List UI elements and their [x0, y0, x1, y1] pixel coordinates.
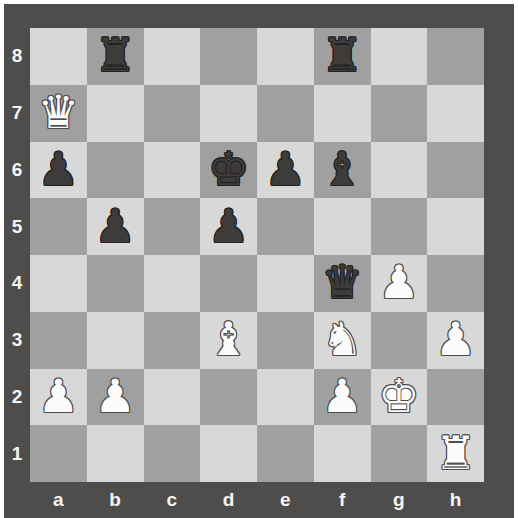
file-label-f: f	[314, 482, 371, 518]
square-g5[interactable]	[371, 198, 428, 255]
file-label-g: g	[371, 482, 428, 518]
piece-black-queen[interactable]: ♛	[322, 259, 363, 305]
piece-white-king[interactable]: ♚	[378, 373, 419, 419]
square-h3[interactable]: ♟	[427, 312, 484, 369]
square-a5[interactable]	[30, 198, 87, 255]
square-g8[interactable]	[371, 28, 428, 85]
square-b3[interactable]	[87, 312, 144, 369]
piece-white-pawn[interactable]: ♟	[378, 259, 419, 305]
square-b5[interactable]: ♟	[87, 198, 144, 255]
piece-black-bishop[interactable]: ♝	[322, 146, 363, 192]
square-b8[interactable]: ♜	[87, 28, 144, 85]
square-a8[interactable]	[30, 28, 87, 85]
rank-labels: 87654321	[4, 28, 30, 482]
square-e8[interactable]	[257, 28, 314, 85]
square-h1[interactable]: ♜	[427, 425, 484, 482]
square-a4[interactable]	[30, 255, 87, 312]
square-g7[interactable]	[371, 85, 428, 142]
piece-black-pawn[interactable]: ♟	[265, 146, 306, 192]
square-a2[interactable]: ♟	[30, 369, 87, 426]
piece-white-pawn[interactable]: ♟	[38, 373, 79, 419]
file-label-h: h	[427, 482, 484, 518]
file-label-b: b	[87, 482, 144, 518]
square-c8[interactable]	[144, 28, 201, 85]
piece-white-queen[interactable]: ♛	[38, 89, 79, 135]
square-f5[interactable]	[314, 198, 371, 255]
square-c4[interactable]	[144, 255, 201, 312]
square-c5[interactable]	[144, 198, 201, 255]
square-g4[interactable]: ♟	[371, 255, 428, 312]
square-f7[interactable]	[314, 85, 371, 142]
file-label-d: d	[200, 482, 257, 518]
square-f2[interactable]: ♟	[314, 369, 371, 426]
square-c2[interactable]	[144, 369, 201, 426]
square-d8[interactable]	[200, 28, 257, 85]
square-g2[interactable]: ♚	[371, 369, 428, 426]
rank-label-7: 7	[4, 85, 30, 142]
square-h4[interactable]	[427, 255, 484, 312]
file-label-e: e	[257, 482, 314, 518]
square-e2[interactable]	[257, 369, 314, 426]
square-g3[interactable]	[371, 312, 428, 369]
square-f4[interactable]: ♛	[314, 255, 371, 312]
piece-black-king[interactable]: ♚	[208, 146, 249, 192]
square-d7[interactable]	[200, 85, 257, 142]
chess-board[interactable]: ♜♜♛♟♚♟♝♟♟♛♟♝♞♟♟♟♟♚♜	[30, 28, 484, 482]
square-a7[interactable]: ♛	[30, 85, 87, 142]
square-d2[interactable]	[200, 369, 257, 426]
board-frame: 87654321 ♜♜♛♟♚♟♝♟♟♛♟♝♞♟♟♟♟♚♜ abcdefgh	[4, 4, 514, 518]
square-c3[interactable]	[144, 312, 201, 369]
piece-white-pawn[interactable]: ♟	[95, 373, 136, 419]
square-h8[interactable]	[427, 28, 484, 85]
square-d3[interactable]: ♝	[200, 312, 257, 369]
square-e5[interactable]	[257, 198, 314, 255]
rank-label-3: 3	[4, 312, 30, 369]
rank-label-2: 2	[4, 369, 30, 426]
square-d4[interactable]	[200, 255, 257, 312]
square-b7[interactable]	[87, 85, 144, 142]
square-b4[interactable]	[87, 255, 144, 312]
square-h2[interactable]	[427, 369, 484, 426]
file-label-a: a	[30, 482, 87, 518]
square-f3[interactable]: ♞	[314, 312, 371, 369]
square-d1[interactable]	[200, 425, 257, 482]
square-h5[interactable]	[427, 198, 484, 255]
piece-black-rook[interactable]: ♜	[322, 32, 363, 78]
square-f1[interactable]	[314, 425, 371, 482]
piece-white-knight[interactable]: ♞	[322, 316, 363, 362]
square-a6[interactable]: ♟	[30, 142, 87, 199]
square-a3[interactable]	[30, 312, 87, 369]
square-e6[interactable]: ♟	[257, 142, 314, 199]
square-d6[interactable]: ♚	[200, 142, 257, 199]
square-c1[interactable]	[144, 425, 201, 482]
piece-black-pawn[interactable]: ♟	[208, 203, 249, 249]
square-g1[interactable]	[371, 425, 428, 482]
rank-label-1: 1	[4, 425, 30, 482]
square-e1[interactable]	[257, 425, 314, 482]
square-c6[interactable]	[144, 142, 201, 199]
file-labels: abcdefgh	[30, 482, 484, 518]
piece-white-pawn[interactable]: ♟	[435, 316, 476, 362]
square-e4[interactable]	[257, 255, 314, 312]
square-f8[interactable]: ♜	[314, 28, 371, 85]
piece-black-rook[interactable]: ♜	[95, 32, 136, 78]
square-e7[interactable]	[257, 85, 314, 142]
rank-label-8: 8	[4, 28, 30, 85]
square-f6[interactable]: ♝	[314, 142, 371, 199]
square-b1[interactable]	[87, 425, 144, 482]
square-e3[interactable]	[257, 312, 314, 369]
square-b6[interactable]	[87, 142, 144, 199]
piece-white-pawn[interactable]: ♟	[322, 373, 363, 419]
square-b2[interactable]: ♟	[87, 369, 144, 426]
rank-label-5: 5	[4, 198, 30, 255]
square-g6[interactable]	[371, 142, 428, 199]
piece-black-pawn[interactable]: ♟	[95, 203, 136, 249]
square-d5[interactable]: ♟	[200, 198, 257, 255]
square-c7[interactable]	[144, 85, 201, 142]
square-h6[interactable]	[427, 142, 484, 199]
piece-black-pawn[interactable]: ♟	[38, 146, 79, 192]
square-a1[interactable]	[30, 425, 87, 482]
piece-white-rook[interactable]: ♜	[435, 430, 476, 476]
rank-label-6: 6	[4, 142, 30, 199]
square-h7[interactable]	[427, 85, 484, 142]
file-label-c: c	[144, 482, 201, 518]
rank-label-4: 4	[4, 255, 30, 312]
piece-white-bishop[interactable]: ♝	[208, 316, 249, 362]
